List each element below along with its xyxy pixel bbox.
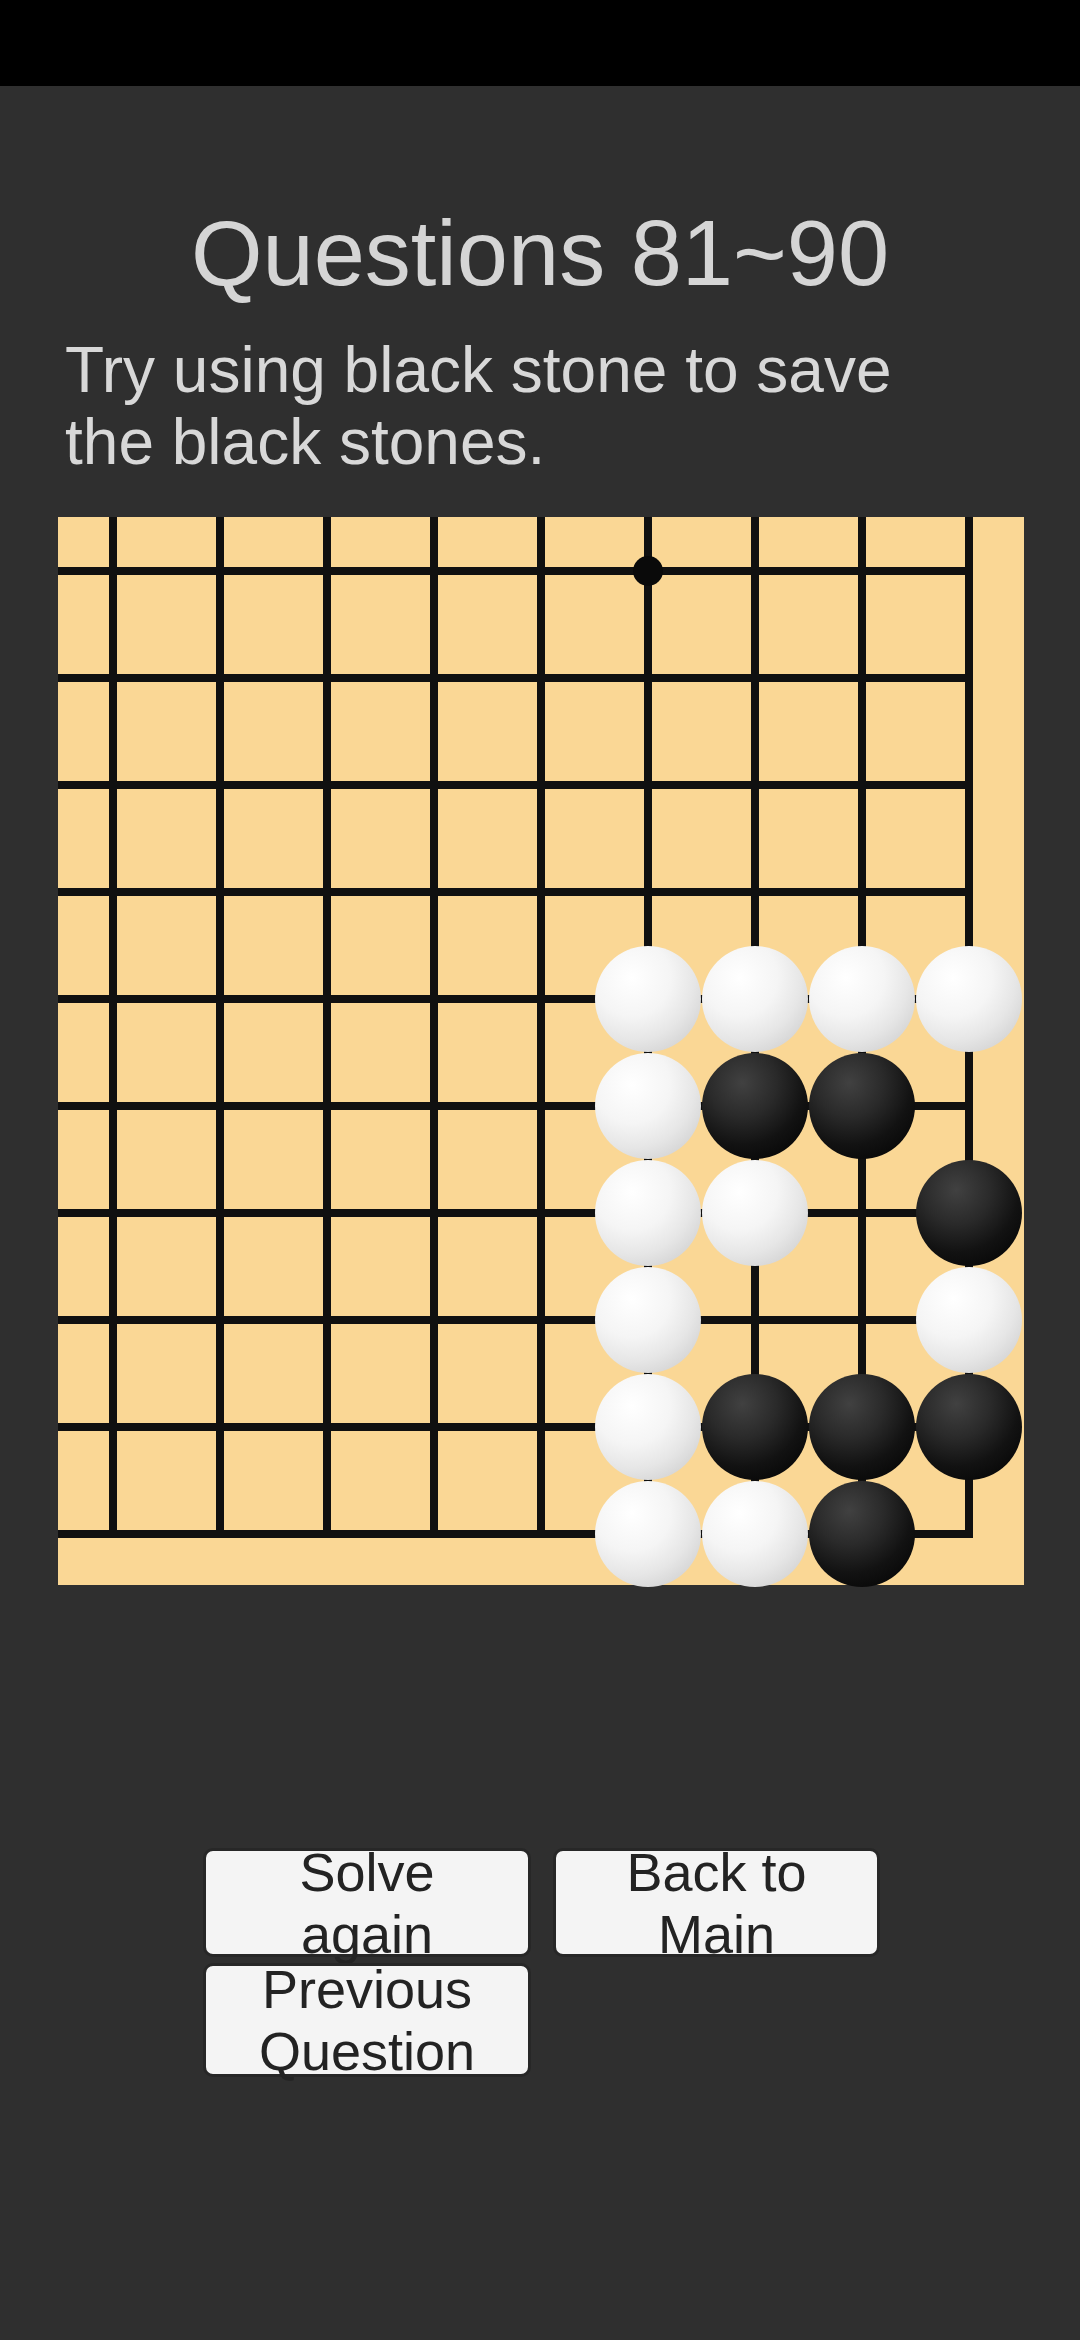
black-stone [809, 1053, 915, 1159]
go-board[interactable] [58, 517, 1024, 1585]
grid-line-vertical [430, 517, 438, 1538]
previous-question-button[interactable]: Previous Question [203, 1963, 531, 2077]
white-stone [595, 1053, 701, 1159]
white-stone [595, 1267, 701, 1373]
app-screen: Questions 81~90 Try using black stone to… [0, 0, 1080, 2340]
page-title: Questions 81~90 [0, 207, 1080, 299]
grid-line-horizontal [58, 1316, 973, 1324]
grid-line-horizontal [58, 1209, 973, 1217]
grid-line-vertical [109, 517, 117, 1538]
black-stone [916, 1160, 1022, 1266]
grid-line-horizontal [58, 888, 973, 896]
grid-line-vertical [216, 517, 224, 1538]
white-stone [809, 946, 915, 1052]
white-stone [595, 946, 701, 1052]
status-bar [0, 0, 1080, 86]
solve-again-button[interactable]: Solve again [203, 1848, 531, 1957]
black-stone [702, 1374, 808, 1480]
grid-line-horizontal [58, 567, 973, 575]
black-stone [809, 1481, 915, 1587]
white-stone [916, 1267, 1022, 1373]
grid-line-horizontal [58, 674, 973, 682]
grid-line-vertical [323, 517, 331, 1538]
white-stone [916, 946, 1022, 1052]
back-to-main-button[interactable]: Back to Main [553, 1848, 880, 1957]
white-stone [702, 1481, 808, 1587]
black-stone [809, 1374, 915, 1480]
grid-line-vertical [537, 517, 545, 1538]
white-stone [595, 1160, 701, 1266]
star-point [633, 556, 663, 586]
grid-line-horizontal [58, 781, 973, 789]
white-stone [595, 1481, 701, 1587]
white-stone [702, 1160, 808, 1266]
black-stone [916, 1374, 1022, 1480]
puzzle-instructions: Try using black stone to save the black … [65, 334, 1015, 478]
white-stone [702, 946, 808, 1052]
white-stone [595, 1374, 701, 1480]
black-stone [702, 1053, 808, 1159]
